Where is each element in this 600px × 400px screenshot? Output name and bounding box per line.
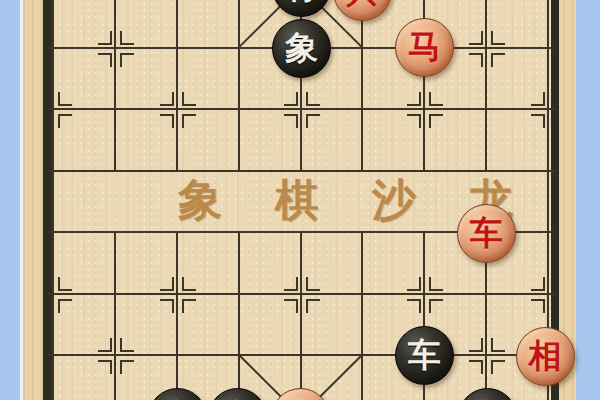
point-marker [284,277,298,291]
piece-glyph: 兵 [334,0,391,20]
point-marker [182,299,196,313]
point-marker [306,277,320,291]
piece-glyph: 卒 [209,389,266,400]
grid-line [176,0,178,172]
point-marker [469,53,483,67]
point-marker [491,338,505,352]
piece-glyph: 马 [396,19,453,76]
grid-line [300,232,302,400]
piece-red-unidentified-cut-off-e8[interactable]: 仕 [271,388,330,400]
point-marker [407,299,421,313]
grid-line [52,0,54,400]
point-marker [160,277,174,291]
point-marker [160,114,174,128]
grid-line [176,232,178,400]
point-marker [98,53,112,67]
point-marker [182,114,196,128]
point-marker [98,360,112,374]
point-marker [407,114,421,128]
grid-line [114,232,116,400]
point-marker [98,338,112,352]
point-marker [306,114,320,128]
point-marker [429,114,443,128]
piece-black-unidentified-cut-off-h8[interactable]: 卒 [458,388,517,400]
piece-red-elephant-i7[interactable]: 相 [516,327,575,386]
point-marker [284,114,298,128]
point-marker [491,31,505,45]
point-marker [284,299,298,313]
xiangqi-board-screenshot[interactable]: 象 棋 沙 龙 将兵象马车车相卒卒仕卒 [0,0,600,400]
piece-red-horse-g2[interactable]: 马 [395,18,454,77]
point-marker [429,92,443,106]
grid-line [238,0,240,172]
board-left-border [43,0,52,400]
point-marker [469,31,483,45]
point-marker [429,277,443,291]
point-marker [120,53,134,67]
point-marker [531,114,545,128]
point-marker [120,338,134,352]
point-marker [407,92,421,106]
point-marker [284,92,298,106]
grid-line [361,0,363,172]
piece-glyph: 将 [273,0,330,16]
piece-glyph: 卒 [459,389,516,400]
grid-line [114,0,116,172]
piece-red-chariot-h5[interactable]: 车 [457,204,516,263]
piece-black-unidentified-cut-off-e1[interactable]: 将 [272,0,331,17]
piece-black-elephant-e2[interactable]: 象 [272,19,331,78]
point-marker [531,92,545,106]
grid-line [485,0,487,172]
piece-black-unidentified-cut-off-d8[interactable]: 卒 [208,388,267,400]
grid-line [238,232,240,400]
piece-black-chariot-g7[interactable]: 车 [395,326,454,385]
point-marker [160,299,174,313]
point-marker [531,299,545,313]
point-marker [491,360,505,374]
piece-glyph: 仕 [272,389,329,400]
piece-glyph: 车 [458,205,515,262]
point-marker [58,299,72,313]
piece-glyph: 象 [273,20,330,77]
piece-glyph: 相 [517,328,574,385]
point-marker [531,277,545,291]
piece-glyph: 车 [396,327,453,384]
point-marker [491,53,505,67]
grid-line [361,232,363,400]
point-marker [429,299,443,313]
point-marker [469,360,483,374]
point-marker [469,338,483,352]
piece-black-unidentified-cut-off-c8[interactable]: 卒 [148,388,207,400]
piece-red-unidentified-cut-off-f1[interactable]: 兵 [333,0,392,21]
piece-glyph: 卒 [149,389,206,400]
point-marker [306,92,320,106]
point-marker [120,360,134,374]
point-marker [182,277,196,291]
point-marker [58,114,72,128]
point-marker [58,92,72,106]
point-marker [182,92,196,106]
point-marker [306,299,320,313]
point-marker [407,277,421,291]
point-marker [160,92,174,106]
point-marker [98,31,112,45]
point-marker [120,31,134,45]
point-marker [58,277,72,291]
